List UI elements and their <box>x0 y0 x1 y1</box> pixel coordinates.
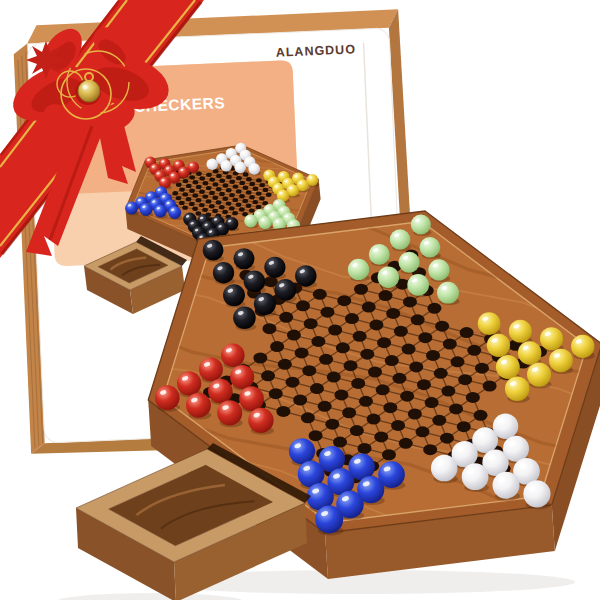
board-hole <box>196 198 202 202</box>
board-hole <box>418 332 432 343</box>
board-hole <box>179 201 185 205</box>
marble-blue <box>125 202 138 215</box>
marble-yellow <box>540 327 563 350</box>
board-hole <box>374 431 388 442</box>
board-hole <box>206 173 212 177</box>
board-hole <box>219 205 225 209</box>
board-hole <box>192 193 198 197</box>
board-hole <box>212 209 218 213</box>
marble-white <box>234 162 246 174</box>
board-hole <box>379 290 393 301</box>
board-hole <box>458 374 472 385</box>
board-hole <box>232 211 238 215</box>
board-hole <box>286 377 300 388</box>
board-hole <box>411 314 425 325</box>
board-hole <box>206 186 212 190</box>
board-hole <box>172 191 178 195</box>
marble-blue <box>315 506 343 534</box>
board-hole <box>344 360 358 371</box>
marble-yellow <box>496 355 520 379</box>
marble-red <box>177 371 201 395</box>
board-hole <box>409 361 423 372</box>
marble-red <box>239 386 264 411</box>
board-hole <box>400 391 414 402</box>
board-hole <box>233 184 239 188</box>
marble-green <box>399 252 420 273</box>
board-hole <box>313 289 327 300</box>
board-hole <box>376 384 390 395</box>
board-hole <box>226 175 232 179</box>
board-hole <box>392 373 406 384</box>
board-hole <box>359 396 373 407</box>
marble-blue <box>289 438 315 464</box>
marble-black <box>274 279 296 301</box>
board-hole <box>229 180 235 184</box>
board-hole <box>186 197 192 201</box>
marble-yellow <box>549 349 573 373</box>
board-hole <box>362 302 376 313</box>
marble-red <box>217 400 242 425</box>
marble-red <box>248 408 273 433</box>
board-hole <box>408 409 422 420</box>
board-hole <box>382 449 396 460</box>
board-hole <box>416 426 430 437</box>
board-hole <box>333 437 347 448</box>
marble-black <box>295 265 316 286</box>
board-hole <box>259 196 265 200</box>
board-hole <box>179 187 185 191</box>
board-hole <box>354 284 368 295</box>
board-hole <box>259 183 265 187</box>
board-hole <box>311 336 325 347</box>
board-hole <box>199 190 205 194</box>
marble-white <box>462 463 489 490</box>
board-hole <box>239 181 245 185</box>
board-hole <box>209 191 215 195</box>
gold-bell <box>78 80 100 102</box>
board-hole <box>337 295 351 306</box>
marble-red <box>155 385 180 410</box>
board-hole <box>182 192 188 196</box>
marble-green <box>244 214 257 227</box>
board-hole <box>423 444 437 455</box>
board-hole <box>192 207 198 211</box>
board-hole <box>353 331 367 342</box>
marble-red <box>221 343 245 367</box>
marble-white <box>493 472 520 499</box>
board-hole <box>256 205 262 209</box>
board-hole <box>176 196 182 200</box>
board-hole <box>249 208 255 212</box>
board-hole <box>189 189 195 193</box>
board-hole <box>279 312 293 323</box>
board-hole <box>432 415 446 426</box>
board-hole <box>301 412 315 423</box>
board-hole <box>278 359 292 370</box>
board-hole <box>222 210 228 214</box>
marble-blue <box>154 205 167 218</box>
marble-green <box>437 282 459 304</box>
board-hole <box>193 180 199 184</box>
board-hole <box>402 344 416 355</box>
board-hole <box>249 182 255 186</box>
board-hole <box>236 189 242 193</box>
board-hole <box>425 397 439 408</box>
board-hole <box>189 202 195 206</box>
board-hole <box>302 365 316 376</box>
board-hole <box>212 195 218 199</box>
board-hole <box>475 363 489 374</box>
board-hole <box>222 197 228 201</box>
board-hole <box>256 178 262 182</box>
board-hole <box>304 318 318 329</box>
marble-black <box>223 284 245 306</box>
board-hole <box>232 198 238 202</box>
marble-white <box>220 160 232 172</box>
board-hole <box>216 200 222 204</box>
board-hole <box>243 186 249 190</box>
board-hole <box>466 392 480 403</box>
board-hole <box>202 194 208 198</box>
board-hole <box>261 370 275 381</box>
product-photo: ALANGDUO CHECKERS <box>0 0 600 600</box>
board-hole <box>385 355 399 366</box>
board-hole <box>427 303 441 314</box>
marble-white <box>431 455 458 482</box>
marble-yellow <box>527 363 551 387</box>
chinese-checkers-scene: ALANGDUO CHECKERS <box>0 0 600 600</box>
marble-green <box>348 259 369 280</box>
marble-black <box>233 307 256 330</box>
board-hole <box>325 419 339 430</box>
board-hole <box>199 176 205 180</box>
board-hole <box>443 338 457 349</box>
marble-green <box>258 216 271 229</box>
board-hole <box>239 207 245 211</box>
board-hole <box>350 425 364 436</box>
board-hole <box>229 206 235 210</box>
marble-red <box>208 379 233 404</box>
marble-white <box>523 480 550 507</box>
marble-yellow <box>505 377 529 401</box>
board-hole <box>209 177 215 181</box>
board-hole <box>219 179 225 183</box>
board-hole <box>318 401 332 412</box>
marble-blue <box>168 206 181 219</box>
board-hole <box>467 345 481 356</box>
board-hole <box>327 372 341 383</box>
marble-black <box>213 262 234 283</box>
board-hole <box>351 378 365 389</box>
board-hole <box>246 204 252 208</box>
board-hole <box>345 313 359 324</box>
bell-highlight <box>83 85 88 90</box>
board-hole <box>236 202 242 206</box>
board-hole <box>226 201 232 205</box>
board-hole <box>186 184 192 188</box>
board-hole <box>293 395 307 406</box>
board-hole <box>216 187 222 191</box>
board-hole <box>269 388 283 399</box>
board-hole <box>206 199 212 203</box>
marble-yellow <box>478 312 501 335</box>
board-hole <box>203 181 209 185</box>
board-hole <box>182 205 188 209</box>
board-hole <box>239 194 245 198</box>
board-hole <box>394 326 408 337</box>
marble-yellow <box>518 341 541 364</box>
marble-green <box>390 229 410 249</box>
board-hole <box>263 188 269 192</box>
board-hole <box>449 403 463 414</box>
board-hole <box>377 337 391 348</box>
board-hole <box>391 420 405 431</box>
board-hole <box>417 379 431 390</box>
board-hole <box>460 327 474 338</box>
board-hole <box>246 177 252 181</box>
board-hole <box>328 324 342 335</box>
marble-black <box>233 248 254 269</box>
board-hole <box>334 389 348 400</box>
board-hole <box>441 386 455 397</box>
board-hole <box>246 190 252 194</box>
marble-white <box>248 163 260 175</box>
board-hole <box>369 319 383 330</box>
board-hole <box>368 367 382 378</box>
board-hole <box>196 185 202 189</box>
drawer-shadow <box>55 593 245 600</box>
marble-white <box>206 158 218 170</box>
board-hole <box>199 203 205 207</box>
board-hole <box>358 443 372 454</box>
marble-red <box>186 393 211 418</box>
board-hole <box>434 368 448 379</box>
board-hole <box>266 193 272 197</box>
marble-green <box>407 274 429 296</box>
board-hole <box>367 414 381 425</box>
marble-green <box>369 244 390 265</box>
board-hole <box>426 350 440 361</box>
marble-black <box>254 293 276 315</box>
board-hole <box>256 191 262 195</box>
marble-red <box>199 357 223 381</box>
board-hole <box>226 188 232 192</box>
board-hole <box>202 208 208 212</box>
board-hole <box>474 410 488 421</box>
marble-black <box>264 257 285 278</box>
board-hole <box>242 199 248 203</box>
board-hole <box>319 354 333 365</box>
board-hole <box>403 296 417 307</box>
board-hole <box>252 200 258 204</box>
marble-yellow <box>487 334 510 357</box>
board-hole <box>399 438 413 449</box>
board-hole <box>276 406 290 417</box>
board-hole <box>287 330 301 341</box>
board-hole <box>295 347 309 358</box>
marble-green <box>411 214 431 234</box>
board-hole <box>236 176 242 180</box>
marble-blue <box>140 203 153 216</box>
board-hole <box>383 402 397 413</box>
board-hole <box>253 353 267 364</box>
board-hole <box>270 341 284 352</box>
board-hole <box>360 349 374 360</box>
board-hole <box>320 307 334 318</box>
board-hole <box>336 342 350 353</box>
board-hole <box>386 308 400 319</box>
board-hole <box>262 323 276 334</box>
marble-green <box>428 259 449 280</box>
board-hole <box>435 321 449 332</box>
marble-green <box>420 237 441 258</box>
marble-yellow <box>571 335 594 358</box>
board-hole <box>457 421 471 432</box>
board-hole <box>249 195 255 199</box>
board-hole <box>183 179 189 183</box>
marble-black <box>203 240 224 261</box>
board-hole <box>209 204 215 208</box>
board-hole <box>216 174 222 178</box>
board-hole <box>450 356 464 367</box>
marble-yellow <box>509 320 532 343</box>
board-hole <box>310 383 324 394</box>
board-hole <box>440 433 454 444</box>
board-hole <box>253 187 259 191</box>
marble-black <box>244 271 266 293</box>
board-hole <box>483 380 497 391</box>
board-hole <box>223 183 229 187</box>
board-hole <box>219 192 225 196</box>
marble-green <box>378 266 399 287</box>
board-hole <box>342 407 356 418</box>
board-hole <box>309 430 323 441</box>
board-hole <box>229 193 235 197</box>
board-hole <box>296 300 310 311</box>
board-hole <box>213 182 219 186</box>
marble-red <box>230 365 254 389</box>
